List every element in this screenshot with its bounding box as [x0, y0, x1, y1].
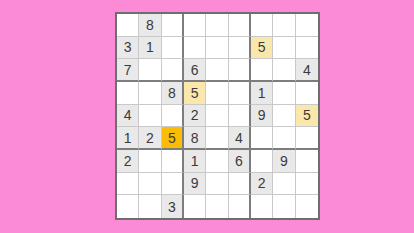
- cell-r7c5[interactable]: [206, 150, 228, 173]
- cell-r6c9[interactable]: [296, 127, 318, 150]
- cell-r8c5[interactable]: [206, 173, 228, 196]
- cell-r8c7[interactable]: 2: [251, 173, 273, 196]
- cell-r3c1[interactable]: 7: [117, 59, 139, 82]
- cell-r6c3[interactable]: 5: [162, 127, 184, 150]
- cell-r7c2[interactable]: [139, 150, 161, 173]
- cell-r9c5[interactable]: [206, 195, 228, 218]
- cell-r1c6[interactable]: [229, 14, 251, 37]
- cell-r5c1[interactable]: 4: [117, 105, 139, 128]
- cell-r7c8[interactable]: 9: [273, 150, 295, 173]
- cell-r6c2[interactable]: 2: [139, 127, 161, 150]
- cell-r8c9[interactable]: [296, 173, 318, 196]
- cell-r9c6[interactable]: [229, 195, 251, 218]
- cell-r9c4[interactable]: [184, 195, 206, 218]
- cell-r7c4[interactable]: 1: [184, 150, 206, 173]
- cell-r5c9[interactable]: 5: [296, 105, 318, 128]
- cell-r7c6[interactable]: 6: [229, 150, 251, 173]
- cell-r2c2[interactable]: 1: [139, 37, 161, 60]
- cell-r8c2[interactable]: [139, 173, 161, 196]
- cell-r1c5[interactable]: [206, 14, 228, 37]
- cell-r1c3[interactable]: [162, 14, 184, 37]
- cell-r9c2[interactable]: [139, 195, 161, 218]
- cell-r9c1[interactable]: [117, 195, 139, 218]
- cell-r5c8[interactable]: [273, 105, 295, 128]
- cell-r1c2[interactable]: 8: [139, 14, 161, 37]
- page-background: 83157648514295125842169923: [0, 0, 414, 233]
- cell-r9c8[interactable]: [273, 195, 295, 218]
- cell-r4c6[interactable]: [229, 82, 251, 105]
- cell-r5c3[interactable]: [162, 105, 184, 128]
- cell-r3c6[interactable]: [229, 59, 251, 82]
- cell-r3c5[interactable]: [206, 59, 228, 82]
- cell-r3c7[interactable]: [251, 59, 273, 82]
- cell-r8c1[interactable]: [117, 173, 139, 196]
- cell-r3c2[interactable]: [139, 59, 161, 82]
- cell-r1c1[interactable]: [117, 14, 139, 37]
- cell-r4c3[interactable]: 8: [162, 82, 184, 105]
- cell-r2c5[interactable]: [206, 37, 228, 60]
- cell-r8c6[interactable]: [229, 173, 251, 196]
- cell-r4c8[interactable]: [273, 82, 295, 105]
- cell-r4c1[interactable]: [117, 82, 139, 105]
- cell-r6c4[interactable]: 8: [184, 127, 206, 150]
- cell-r2c9[interactable]: [296, 37, 318, 60]
- cell-r2c7[interactable]: 5: [251, 37, 273, 60]
- cell-r2c8[interactable]: [273, 37, 295, 60]
- cell-r4c7[interactable]: 1: [251, 82, 273, 105]
- cell-r1c7[interactable]: [251, 14, 273, 37]
- cell-r5c7[interactable]: 9: [251, 105, 273, 128]
- cell-r4c4[interactable]: 5: [184, 82, 206, 105]
- cell-r9c9[interactable]: [296, 195, 318, 218]
- cell-r1c4[interactable]: [184, 14, 206, 37]
- cell-r6c8[interactable]: [273, 127, 295, 150]
- cell-r5c4[interactable]: 2: [184, 105, 206, 128]
- cell-r2c4[interactable]: [184, 37, 206, 60]
- cell-r3c3[interactable]: [162, 59, 184, 82]
- sudoku-board: 83157648514295125842169923: [115, 12, 320, 220]
- cell-r4c9[interactable]: [296, 82, 318, 105]
- cell-r4c2[interactable]: [139, 82, 161, 105]
- cell-r2c1[interactable]: 3: [117, 37, 139, 60]
- cell-r8c4[interactable]: 9: [184, 173, 206, 196]
- cell-r3c8[interactable]: [273, 59, 295, 82]
- cell-r7c3[interactable]: [162, 150, 184, 173]
- cell-r3c4[interactable]: 6: [184, 59, 206, 82]
- cell-r3c9[interactable]: 4: [296, 59, 318, 82]
- cell-r7c7[interactable]: [251, 150, 273, 173]
- cell-r5c5[interactable]: [206, 105, 228, 128]
- cell-r1c9[interactable]: [296, 14, 318, 37]
- cell-r8c3[interactable]: [162, 173, 184, 196]
- cell-r6c1[interactable]: 1: [117, 127, 139, 150]
- cell-r1c8[interactable]: [273, 14, 295, 37]
- cell-r7c9[interactable]: [296, 150, 318, 173]
- cell-r6c7[interactable]: [251, 127, 273, 150]
- cell-r4c5[interactable]: [206, 82, 228, 105]
- cell-r7c1[interactable]: 2: [117, 150, 139, 173]
- cell-r2c3[interactable]: [162, 37, 184, 60]
- cell-r6c5[interactable]: [206, 127, 228, 150]
- cell-r5c2[interactable]: [139, 105, 161, 128]
- cell-r5c6[interactable]: [229, 105, 251, 128]
- cell-r2c6[interactable]: [229, 37, 251, 60]
- cell-r9c7[interactable]: [251, 195, 273, 218]
- cell-r8c8[interactable]: [273, 173, 295, 196]
- cell-r9c3[interactable]: 3: [162, 195, 184, 218]
- cell-r6c6[interactable]: 4: [229, 127, 251, 150]
